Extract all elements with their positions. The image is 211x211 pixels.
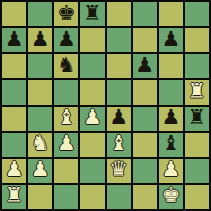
square-g6[interactable] bbox=[159, 54, 183, 78]
square-h6[interactable] bbox=[185, 54, 209, 78]
square-a3[interactable] bbox=[2, 133, 26, 157]
square-f7[interactable] bbox=[133, 28, 157, 52]
square-f8[interactable] bbox=[133, 2, 157, 26]
square-c4[interactable]: ♝ bbox=[54, 107, 78, 131]
piece-white-king-g1[interactable]: ♚ bbox=[161, 185, 180, 206]
square-e8[interactable] bbox=[107, 2, 131, 26]
square-b8[interactable] bbox=[28, 2, 52, 26]
square-b2[interactable]: ♟ bbox=[28, 159, 52, 183]
piece-black-king-c8[interactable]: ♚ bbox=[57, 3, 76, 24]
square-g4[interactable]: ♟ bbox=[159, 107, 183, 131]
piece-white-bishop-c4[interactable]: ♝ bbox=[57, 107, 76, 128]
square-g5[interactable] bbox=[159, 80, 183, 104]
square-g1[interactable]: ♚ bbox=[159, 185, 183, 209]
square-b1[interactable] bbox=[28, 185, 52, 209]
square-d6[interactable] bbox=[80, 54, 104, 78]
square-a6[interactable] bbox=[2, 54, 26, 78]
piece-white-rook-a1[interactable]: ♜ bbox=[5, 185, 24, 206]
piece-white-pawn-c3[interactable]: ♟ bbox=[57, 133, 76, 154]
piece-black-pawn-f6[interactable]: ♟ bbox=[135, 55, 154, 76]
piece-white-pawn-a2[interactable]: ♟ bbox=[5, 159, 24, 180]
square-e4[interactable]: ♟ bbox=[107, 107, 131, 131]
piece-white-queen-e2[interactable]: ♛ bbox=[109, 159, 128, 180]
square-c1[interactable] bbox=[54, 185, 78, 209]
square-d2[interactable] bbox=[80, 159, 104, 183]
square-a1[interactable]: ♜ bbox=[2, 185, 26, 209]
square-h8[interactable] bbox=[185, 2, 209, 26]
square-e6[interactable] bbox=[107, 54, 131, 78]
piece-black-pawn-g4[interactable]: ♟ bbox=[161, 107, 180, 128]
piece-black-rook-h4[interactable]: ♜ bbox=[188, 107, 207, 128]
square-g2[interactable]: ♟ bbox=[159, 159, 183, 183]
piece-white-bishop-e3[interactable]: ♝ bbox=[109, 133, 128, 154]
square-c7[interactable]: ♟ bbox=[54, 28, 78, 52]
square-e3[interactable]: ♝ bbox=[107, 133, 131, 157]
square-d1[interactable] bbox=[80, 185, 104, 209]
square-d7[interactable] bbox=[80, 28, 104, 52]
piece-white-rook-h5[interactable]: ♜ bbox=[188, 81, 207, 102]
square-f5[interactable] bbox=[133, 80, 157, 104]
piece-black-pawn-a7[interactable]: ♟ bbox=[5, 29, 24, 50]
piece-black-pawn-b7[interactable]: ♟ bbox=[31, 29, 50, 50]
piece-black-rook-d8[interactable]: ♜ bbox=[83, 3, 102, 24]
chess-board: ♚♜♟♟♟♟♞♟♜♝♟♟♟♜♞♟♝♝♟♟♛♟♜♚ bbox=[0, 0, 211, 211]
square-c5[interactable] bbox=[54, 80, 78, 104]
square-b5[interactable] bbox=[28, 80, 52, 104]
square-e1[interactable] bbox=[107, 185, 131, 209]
square-a5[interactable] bbox=[2, 80, 26, 104]
piece-black-pawn-e4[interactable]: ♟ bbox=[109, 107, 128, 128]
square-b4[interactable] bbox=[28, 107, 52, 131]
piece-white-pawn-g2[interactable]: ♟ bbox=[161, 159, 180, 180]
square-g8[interactable] bbox=[159, 2, 183, 26]
square-h4[interactable]: ♜ bbox=[185, 107, 209, 131]
square-f6[interactable]: ♟ bbox=[133, 54, 157, 78]
piece-white-knight-b3[interactable]: ♞ bbox=[31, 133, 50, 154]
square-h5[interactable]: ♜ bbox=[185, 80, 209, 104]
square-g3[interactable]: ♝ bbox=[159, 133, 183, 157]
square-f3[interactable] bbox=[133, 133, 157, 157]
square-e5[interactable] bbox=[107, 80, 131, 104]
square-d4[interactable]: ♟ bbox=[80, 107, 104, 131]
square-d5[interactable] bbox=[80, 80, 104, 104]
square-c8[interactable]: ♚ bbox=[54, 2, 78, 26]
square-f2[interactable] bbox=[133, 159, 157, 183]
square-a8[interactable] bbox=[2, 2, 26, 26]
square-h2[interactable] bbox=[185, 159, 209, 183]
square-a4[interactable] bbox=[2, 107, 26, 131]
piece-white-pawn-d4[interactable]: ♟ bbox=[83, 107, 102, 128]
piece-black-knight-c6[interactable]: ♞ bbox=[57, 55, 76, 76]
piece-black-bishop-g3[interactable]: ♝ bbox=[161, 133, 180, 154]
square-e2[interactable]: ♛ bbox=[107, 159, 131, 183]
square-a2[interactable]: ♟ bbox=[2, 159, 26, 183]
square-e7[interactable] bbox=[107, 28, 131, 52]
square-b7[interactable]: ♟ bbox=[28, 28, 52, 52]
square-f4[interactable] bbox=[133, 107, 157, 131]
square-b6[interactable] bbox=[28, 54, 52, 78]
square-h7[interactable] bbox=[185, 28, 209, 52]
square-h1[interactable] bbox=[185, 185, 209, 209]
square-h3[interactable] bbox=[185, 133, 209, 157]
square-c2[interactable] bbox=[54, 159, 78, 183]
square-a7[interactable]: ♟ bbox=[2, 28, 26, 52]
square-g7[interactable]: ♟ bbox=[159, 28, 183, 52]
square-b3[interactable]: ♞ bbox=[28, 133, 52, 157]
piece-black-pawn-g7[interactable]: ♟ bbox=[161, 29, 180, 50]
square-d3[interactable] bbox=[80, 133, 104, 157]
square-c6[interactable]: ♞ bbox=[54, 54, 78, 78]
square-c3[interactable]: ♟ bbox=[54, 133, 78, 157]
piece-black-pawn-c7[interactable]: ♟ bbox=[57, 29, 76, 50]
piece-white-pawn-b2[interactable]: ♟ bbox=[31, 159, 50, 180]
square-f1[interactable] bbox=[133, 185, 157, 209]
square-d8[interactable]: ♜ bbox=[80, 2, 104, 26]
